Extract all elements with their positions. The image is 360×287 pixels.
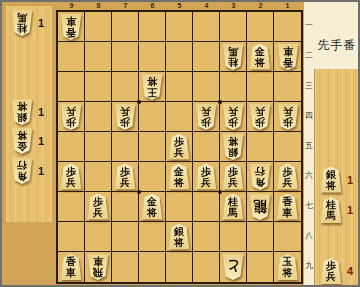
piece-kanji: 将 bbox=[174, 237, 184, 248]
piece-kanji: 香 bbox=[283, 196, 293, 207]
shogi-board: 香車桂馬金将香車王将歩兵歩兵歩兵歩兵歩兵歩兵歩兵銀将歩兵歩兵金将歩兵歩兵角行歩兵… bbox=[56, 10, 303, 284]
piece-face: 歩兵 bbox=[320, 258, 342, 284]
rank-label-四: 四 bbox=[304, 110, 314, 121]
piece-kanji: 銀 bbox=[326, 169, 336, 180]
piece-kanji: 兵 bbox=[66, 177, 76, 188]
board-square-7一[interactable] bbox=[112, 12, 139, 42]
piece-kanji: 歩 bbox=[326, 260, 336, 271]
piece-kanji: 車 bbox=[66, 267, 76, 278]
board-square-8四[interactable] bbox=[85, 102, 112, 132]
piece-kanji: 将 bbox=[147, 76, 157, 87]
shogi-piece-龍-gote[interactable]: 龍 bbox=[249, 194, 271, 220]
piece-face: 歩兵 bbox=[195, 104, 217, 130]
shogi-piece-桂馬-gote[interactable]: 桂馬 bbox=[11, 10, 33, 36]
board-square-1三[interactable] bbox=[274, 72, 301, 102]
board-square-8三[interactable] bbox=[85, 72, 112, 102]
shogi-piece-銀将-sente[interactable]: 銀将 bbox=[168, 224, 190, 250]
shogi-piece-香車-sente[interactable]: 香車 bbox=[60, 254, 82, 280]
piece-face: 金将 bbox=[168, 164, 190, 190]
board-square-1二[interactable]: 香車 bbox=[274, 42, 301, 72]
shogi-piece-角行-gote[interactable]: 角行 bbox=[11, 158, 33, 184]
shogi-piece-歩兵-gote[interactable]: 歩兵 bbox=[249, 104, 271, 130]
gote-hand-count-銀将: 1 bbox=[38, 106, 50, 118]
board-square-9三[interactable] bbox=[58, 72, 85, 102]
board-star-dot bbox=[218, 100, 222, 104]
board-square-4四[interactable]: 歩兵 bbox=[193, 102, 220, 132]
shogi-piece-飛車-gote[interactable]: 飛車 bbox=[87, 254, 109, 280]
rank-label-三: 三 bbox=[304, 80, 314, 91]
piece-face: 角行 bbox=[11, 158, 33, 184]
file-label-9: 9 bbox=[58, 2, 85, 9]
piece-kanji: 兵 bbox=[66, 106, 76, 117]
shogi-piece-歩兵-sente[interactable]: 歩兵 bbox=[320, 258, 342, 284]
piece-kanji: 歩 bbox=[66, 166, 76, 177]
board-square-4八[interactable] bbox=[193, 222, 220, 252]
piece-kanji: 角 bbox=[17, 171, 27, 182]
shogi-piece-香車-gote[interactable]: 香車 bbox=[60, 14, 82, 40]
gote-hand-銀将[interactable]: 銀将 bbox=[11, 99, 33, 125]
piece-face: 香車 bbox=[277, 44, 299, 70]
piece-face: 香車 bbox=[277, 194, 299, 220]
shogi-piece-桂馬-sente[interactable]: 桂馬 bbox=[222, 194, 244, 220]
piece-kanji: 桂 bbox=[326, 199, 336, 210]
board-square-2七[interactable]: 龍 bbox=[247, 192, 274, 222]
piece-face: 金将 bbox=[141, 194, 163, 220]
board-square-7七[interactable] bbox=[112, 192, 139, 222]
shogi-piece-歩兵-sente[interactable]: 歩兵 bbox=[87, 194, 109, 220]
board-square-1九[interactable]: 玉将 bbox=[274, 252, 301, 282]
piece-kanji: 歩 bbox=[66, 117, 76, 128]
shogi-piece-銀将-gote[interactable]: 銀将 bbox=[222, 134, 244, 160]
piece-face: 桂馬 bbox=[320, 197, 342, 223]
piece-kanji: 桂 bbox=[17, 23, 27, 34]
piece-face: 歩兵 bbox=[277, 104, 299, 130]
piece-kanji: 兵 bbox=[174, 147, 184, 158]
piece-face: 金将 bbox=[249, 44, 271, 70]
board-square-2六[interactable]: 角行 bbox=[247, 162, 274, 192]
piece-kanji: 龍 bbox=[253, 196, 267, 218]
board-square-2九[interactable] bbox=[247, 252, 274, 282]
rank-label-九: 九 bbox=[304, 260, 314, 271]
board-square-7三[interactable] bbox=[112, 72, 139, 102]
piece-face: 飛車 bbox=[87, 254, 109, 280]
shogi-piece-歩兵-gote[interactable]: 歩兵 bbox=[277, 104, 299, 130]
piece-kanji: 歩 bbox=[174, 136, 184, 147]
file-label-6: 6 bbox=[139, 2, 166, 9]
piece-face: 玉将 bbox=[277, 254, 299, 280]
piece-kanji: 歩 bbox=[255, 117, 265, 128]
turn-indicator: 先手番 bbox=[314, 37, 360, 54]
board-square-1七[interactable]: 香車 bbox=[274, 192, 301, 222]
piece-kanji: 将 bbox=[174, 177, 184, 188]
piece-kanji: 行 bbox=[17, 160, 27, 171]
board-square-9四[interactable]: 歩兵 bbox=[58, 102, 85, 132]
piece-kanji: 車 bbox=[283, 207, 293, 218]
board-square-9七[interactable] bbox=[58, 192, 85, 222]
board-square-6七[interactable]: 金将 bbox=[139, 192, 166, 222]
shogi-piece-香車-gote[interactable]: 香車 bbox=[277, 44, 299, 70]
piece-kanji: 兵 bbox=[93, 207, 103, 218]
file-label-1: 1 bbox=[274, 2, 301, 9]
board-square-2四[interactable]: 歩兵 bbox=[247, 102, 274, 132]
board-square-6二[interactable] bbox=[139, 42, 166, 72]
piece-kanji: 飛 bbox=[93, 267, 103, 278]
piece-kanji: 歩 bbox=[201, 166, 211, 177]
board-square-7九[interactable] bbox=[112, 252, 139, 282]
board-square-7八[interactable] bbox=[112, 222, 139, 252]
board-square-6八[interactable] bbox=[139, 222, 166, 252]
board-square-2三[interactable] bbox=[247, 72, 274, 102]
piece-kanji: 兵 bbox=[201, 177, 211, 188]
shogi-piece-桂馬-sente[interactable]: 桂馬 bbox=[320, 197, 342, 223]
file-label-4: 4 bbox=[193, 2, 220, 9]
board-square-2八[interactable] bbox=[247, 222, 274, 252]
board-square-8一[interactable] bbox=[85, 12, 112, 42]
piece-kanji: 将 bbox=[255, 57, 265, 68]
piece-face: 桂馬 bbox=[11, 10, 33, 36]
board-square-9二[interactable] bbox=[58, 42, 85, 72]
gote-hand-count-角行: 1 bbox=[38, 165, 50, 177]
shogi-piece-金将-sente[interactable]: 金将 bbox=[141, 194, 163, 220]
piece-kanji: 兵 bbox=[283, 177, 293, 188]
rank-label-五: 五 bbox=[304, 140, 314, 151]
board-square-3二[interactable]: 桂馬 bbox=[220, 42, 247, 72]
board-square-9五[interactable] bbox=[58, 132, 85, 162]
board-square-8六[interactable] bbox=[85, 162, 112, 192]
piece-face: 歩兵 bbox=[87, 194, 109, 220]
gote-hand-count-桂馬: 1 bbox=[38, 17, 50, 29]
file-label-2: 2 bbox=[247, 2, 274, 9]
piece-kanji: 銀 bbox=[228, 147, 238, 158]
board-square-3四[interactable]: 歩兵 bbox=[220, 102, 247, 132]
piece-face: 歩兵 bbox=[195, 164, 217, 190]
shogi-piece-金将-sente[interactable]: 金将 bbox=[168, 164, 190, 190]
shogi-piece-銀将-sente[interactable]: 銀将 bbox=[320, 167, 342, 193]
board-square-3六[interactable]: 歩兵 bbox=[220, 162, 247, 192]
board-square-7四[interactable]: 歩兵 bbox=[112, 102, 139, 132]
board-square-5二[interactable] bbox=[166, 42, 193, 72]
board-square-3八[interactable] bbox=[220, 222, 247, 252]
piece-kanji: 歩 bbox=[120, 117, 130, 128]
board-square-9八[interactable] bbox=[58, 222, 85, 252]
board-square-4九[interactable] bbox=[193, 252, 220, 282]
board-square-1四[interactable]: 歩兵 bbox=[274, 102, 301, 132]
piece-kanji: 金 bbox=[147, 196, 157, 207]
piece-kanji: 歩 bbox=[93, 196, 103, 207]
piece-kanji: 歩 bbox=[283, 166, 293, 177]
board-square-4二[interactable] bbox=[193, 42, 220, 72]
piece-face: 歩兵 bbox=[249, 104, 271, 130]
board-star-dot bbox=[218, 190, 222, 194]
board-square-7五[interactable] bbox=[112, 132, 139, 162]
piece-kanji: 将 bbox=[228, 136, 238, 147]
piece-face: 歩兵 bbox=[277, 164, 299, 190]
piece-kanji: 金 bbox=[17, 141, 27, 152]
board-square-5一[interactable] bbox=[166, 12, 193, 42]
board-square-2二[interactable]: 金将 bbox=[247, 42, 274, 72]
rank-label-六: 六 bbox=[304, 170, 314, 181]
piece-kanji: 馬 bbox=[17, 12, 27, 23]
sente-captured-stand: 銀将1桂馬1歩兵4 bbox=[314, 69, 359, 285]
board-square-4一[interactable] bbox=[193, 12, 220, 42]
board-square-1八[interactable] bbox=[274, 222, 301, 252]
shogi-piece-歩兵-sente[interactable]: 歩兵 bbox=[277, 164, 299, 190]
file-label-7: 7 bbox=[112, 2, 139, 9]
piece-kanji: 香 bbox=[66, 256, 76, 267]
shogi-piece-桂馬-gote[interactable]: 桂馬 bbox=[222, 44, 244, 70]
piece-kanji: 兵 bbox=[120, 177, 130, 188]
piece-kanji: 将 bbox=[326, 180, 336, 191]
piece-kanji: 将 bbox=[17, 130, 27, 141]
piece-kanji: 歩 bbox=[283, 117, 293, 128]
piece-kanji: 兵 bbox=[201, 106, 211, 117]
board-square-6六[interactable] bbox=[139, 162, 166, 192]
piece-kanji: 兵 bbox=[326, 271, 336, 282]
piece-kanji: 兵 bbox=[255, 106, 265, 117]
sente-hand-count-桂馬: 1 bbox=[347, 204, 359, 216]
piece-kanji: 歩 bbox=[120, 166, 130, 177]
board-square-8五[interactable] bbox=[85, 132, 112, 162]
board-square-5七[interactable] bbox=[166, 192, 193, 222]
board-square-5九[interactable] bbox=[166, 252, 193, 282]
piece-kanji: 兵 bbox=[120, 106, 130, 117]
board-square-3一[interactable] bbox=[220, 12, 247, 42]
piece-kanji: と bbox=[226, 256, 240, 278]
piece-kanji: 桂 bbox=[228, 196, 238, 207]
piece-face: 銀将 bbox=[168, 224, 190, 250]
sente-hand-count-銀将: 1 bbox=[347, 174, 359, 186]
board-square-6一[interactable] bbox=[139, 12, 166, 42]
piece-face: 歩兵 bbox=[168, 134, 190, 160]
rank-label-八: 八 bbox=[304, 230, 314, 241]
board-square-4六[interactable]: 歩兵 bbox=[193, 162, 220, 192]
board-square-2五[interactable] bbox=[247, 132, 274, 162]
board-square-9六[interactable]: 歩兵 bbox=[58, 162, 85, 192]
rank-label-七: 七 bbox=[304, 200, 314, 211]
gote-hand-金将[interactable]: 金将 bbox=[11, 128, 33, 154]
piece-kanji: 兵 bbox=[228, 177, 238, 188]
piece-kanji: 馬 bbox=[326, 210, 336, 221]
piece-kanji: 銀 bbox=[174, 226, 184, 237]
piece-face: 香車 bbox=[60, 254, 82, 280]
board-square-4五[interactable] bbox=[193, 132, 220, 162]
piece-kanji: 兵 bbox=[228, 106, 238, 117]
gote-captured-stand: 桂馬1銀将1金将1角行1 bbox=[6, 6, 52, 222]
piece-face: 金将 bbox=[11, 128, 33, 154]
piece-face: 桂馬 bbox=[222, 44, 244, 70]
board-square-4七[interactable] bbox=[193, 192, 220, 222]
piece-kanji: 将 bbox=[147, 207, 157, 218]
board-square-1一[interactable] bbox=[274, 12, 301, 42]
board-square-5三[interactable] bbox=[166, 72, 193, 102]
file-label-5: 5 bbox=[166, 2, 193, 9]
board-star-dot bbox=[137, 100, 141, 104]
piece-face: 角行 bbox=[249, 164, 271, 190]
file-label-8: 8 bbox=[85, 2, 112, 9]
board-star-dot bbox=[137, 190, 141, 194]
piece-face: 歩兵 bbox=[222, 104, 244, 130]
piece-kanji: 玉 bbox=[283, 256, 293, 267]
gote-hand-桂馬[interactable]: 桂馬 bbox=[11, 10, 33, 36]
board-square-6九[interactable] bbox=[139, 252, 166, 282]
gote-hand-角行[interactable]: 角行 bbox=[11, 158, 33, 184]
board-square-5八[interactable]: 銀将 bbox=[166, 222, 193, 252]
piece-kanji: 王 bbox=[147, 87, 157, 98]
piece-face: 銀将 bbox=[11, 99, 33, 125]
piece-face: 歩兵 bbox=[114, 164, 136, 190]
sente-hand-銀将[interactable]: 銀将 bbox=[320, 167, 342, 193]
piece-face: 銀将 bbox=[222, 134, 244, 160]
board-square-1六[interactable]: 歩兵 bbox=[274, 162, 301, 192]
shogi-piece-歩兵-gote[interactable]: 歩兵 bbox=[222, 104, 244, 130]
piece-face: 王将 bbox=[141, 74, 163, 100]
board-square-6三[interactable]: 王将 bbox=[139, 72, 166, 102]
piece-kanji: 車 bbox=[283, 46, 293, 57]
piece-kanji: 将 bbox=[17, 101, 27, 112]
shogi-piece-玉将-sente[interactable]: 玉将 bbox=[277, 254, 299, 280]
piece-kanji: 車 bbox=[66, 16, 76, 27]
board-square-8七[interactable]: 歩兵 bbox=[85, 192, 112, 222]
board-square-6四[interactable] bbox=[139, 102, 166, 132]
shogi-piece-歩兵-gote[interactable]: 歩兵 bbox=[114, 104, 136, 130]
shogi-piece-と-gote[interactable]: と bbox=[222, 254, 244, 280]
shogi-piece-金将-sente[interactable]: 金将 bbox=[249, 44, 271, 70]
board-square-9九[interactable]: 香車 bbox=[58, 252, 85, 282]
board-square-4三[interactable] bbox=[193, 72, 220, 102]
board-square-7六[interactable]: 歩兵 bbox=[112, 162, 139, 192]
shogi-piece-歩兵-sente[interactable]: 歩兵 bbox=[222, 164, 244, 190]
shogi-piece-金将-gote[interactable]: 金将 bbox=[11, 128, 33, 154]
piece-kanji: 香 bbox=[66, 27, 76, 38]
piece-kanji: 角 bbox=[255, 177, 265, 188]
shogi-piece-香車-sente[interactable]: 香車 bbox=[277, 194, 299, 220]
piece-kanji: 銀 bbox=[17, 112, 27, 123]
piece-kanji: 将 bbox=[283, 267, 293, 278]
piece-kanji: 金 bbox=[174, 166, 184, 177]
piece-kanji: 香 bbox=[283, 57, 293, 68]
piece-face: 歩兵 bbox=[222, 164, 244, 190]
piece-face: 歩兵 bbox=[60, 104, 82, 130]
sente-hand-桂馬[interactable]: 桂馬 bbox=[320, 197, 342, 223]
board-square-5五[interactable]: 歩兵 bbox=[166, 132, 193, 162]
file-label-3: 3 bbox=[220, 2, 247, 9]
shogi-piece-銀将-gote[interactable]: 銀将 bbox=[11, 99, 33, 125]
piece-face: 歩兵 bbox=[60, 164, 82, 190]
board-square-6五[interactable] bbox=[139, 132, 166, 162]
piece-kanji: 桂 bbox=[228, 57, 238, 68]
piece-face: 香車 bbox=[60, 14, 82, 40]
shogi-piece-歩兵-sente[interactable]: 歩兵 bbox=[195, 164, 217, 190]
piece-kanji: 歩 bbox=[228, 117, 238, 128]
shogi-app-window: 桂馬1銀将1金将1角行1 先手番 銀将1桂馬1歩兵4 香車桂馬金将香車王将歩兵歩… bbox=[0, 0, 360, 287]
piece-kanji: 馬 bbox=[228, 207, 238, 218]
piece-face: 歩兵 bbox=[114, 104, 136, 130]
shogi-piece-歩兵-gote[interactable]: 歩兵 bbox=[60, 104, 82, 130]
board-square-3五[interactable]: 銀将 bbox=[220, 132, 247, 162]
piece-face: 龍 bbox=[249, 194, 271, 220]
piece-kanji: 兵 bbox=[283, 106, 293, 117]
piece-kanji: 歩 bbox=[228, 166, 238, 177]
board-square-8九[interactable]: 飛車 bbox=[85, 252, 112, 282]
shogi-piece-歩兵-sente[interactable]: 歩兵 bbox=[114, 164, 136, 190]
board-square-9一[interactable]: 香車 bbox=[58, 12, 85, 42]
shogi-piece-歩兵-sente[interactable]: 歩兵 bbox=[60, 164, 82, 190]
piece-face: と bbox=[222, 254, 244, 280]
board-square-1五[interactable] bbox=[274, 132, 301, 162]
piece-face: 銀将 bbox=[320, 167, 342, 193]
board-square-8八[interactable] bbox=[85, 222, 112, 252]
board-square-8二[interactable] bbox=[85, 42, 112, 72]
board-square-3七[interactable]: 桂馬 bbox=[220, 192, 247, 222]
rank-label-一: 一 bbox=[304, 20, 314, 31]
board-square-2一[interactable] bbox=[247, 12, 274, 42]
board-square-5六[interactable]: 金将 bbox=[166, 162, 193, 192]
board-square-5四[interactable] bbox=[166, 102, 193, 132]
rank-label-二: 二 bbox=[304, 50, 314, 61]
piece-kanji: 馬 bbox=[228, 46, 238, 57]
board-square-3三[interactable] bbox=[220, 72, 247, 102]
piece-kanji: 金 bbox=[255, 46, 265, 57]
piece-face: 桂馬 bbox=[222, 194, 244, 220]
board-square-3九[interactable]: と bbox=[220, 252, 247, 282]
piece-kanji: 歩 bbox=[201, 117, 211, 128]
piece-kanji: 行 bbox=[255, 166, 265, 177]
shogi-piece-歩兵-sente[interactable]: 歩兵 bbox=[168, 134, 190, 160]
piece-kanji: 車 bbox=[93, 256, 103, 267]
board-square-7二[interactable] bbox=[112, 42, 139, 72]
shogi-piece-歩兵-gote[interactable]: 歩兵 bbox=[195, 104, 217, 130]
shogi-piece-角行-gote[interactable]: 角行 bbox=[249, 164, 271, 190]
sente-hand-歩兵[interactable]: 歩兵 bbox=[320, 258, 342, 284]
shogi-piece-王将-gote[interactable]: 王将 bbox=[141, 74, 163, 100]
gote-hand-count-金将: 1 bbox=[38, 135, 50, 147]
sente-hand-count-歩兵: 4 bbox=[347, 265, 359, 277]
